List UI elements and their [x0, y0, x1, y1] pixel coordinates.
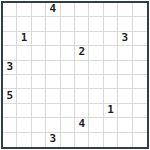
grid-cell[interactable]: [133, 46, 147, 60]
grid-cell[interactable]: [133, 3, 147, 17]
grid-cell[interactable]: [61, 46, 75, 60]
grid-cell[interactable]: [46, 61, 60, 75]
grid-cell[interactable]: [118, 75, 132, 89]
grid-cell[interactable]: [61, 133, 75, 147]
grid-cell[interactable]: [3, 104, 17, 118]
clue-number: 3: [50, 133, 57, 144]
clue-number: 4: [78, 118, 85, 129]
grid-cell[interactable]: [133, 17, 147, 31]
grid-cell[interactable]: [89, 118, 103, 132]
grid-cell[interactable]: [32, 75, 46, 89]
grid-cell[interactable]: [75, 61, 89, 75]
grid-cell[interactable]: [89, 61, 103, 75]
clue-number: 5: [6, 90, 13, 101]
grid-cell[interactable]: [133, 118, 147, 132]
puzzle-board: 413235143: [1, 1, 149, 149]
grid-cell[interactable]: [17, 118, 31, 132]
grid-cell[interactable]: [46, 104, 60, 118]
grid-cell[interactable]: [61, 104, 75, 118]
grid-cell[interactable]: [104, 89, 118, 103]
grid-cell[interactable]: [61, 61, 75, 75]
grid-cell[interactable]: [104, 17, 118, 31]
clue-cell: 4: [75, 118, 89, 132]
grid-cell[interactable]: [3, 75, 17, 89]
clue-cell: 4: [46, 3, 60, 17]
grid-cell[interactable]: [46, 17, 60, 31]
grid-cell[interactable]: [17, 3, 31, 17]
grid-cell[interactable]: [104, 46, 118, 60]
grid-cell[interactable]: [17, 104, 31, 118]
grid-cell[interactable]: [133, 104, 147, 118]
grid-cell[interactable]: [104, 3, 118, 17]
grid-cell[interactable]: [32, 118, 46, 132]
clue-cell: 5: [3, 89, 17, 103]
grid-cell[interactable]: [17, 46, 31, 60]
grid-cell[interactable]: [75, 32, 89, 46]
grid-cell[interactable]: [32, 3, 46, 17]
clue-cell: 3: [3, 61, 17, 75]
grid-cell[interactable]: [3, 46, 17, 60]
grid-cell[interactable]: [46, 46, 60, 60]
grid-cell[interactable]: [89, 17, 103, 31]
grid-cell[interactable]: [17, 133, 31, 147]
grid-cell[interactable]: [32, 17, 46, 31]
grid-cell[interactable]: [118, 133, 132, 147]
grid-cell[interactable]: [89, 46, 103, 60]
clue-number: 1: [21, 32, 28, 43]
grid-cell[interactable]: [118, 3, 132, 17]
nurikabe-grid: 413235143: [3, 3, 147, 147]
grid-cell[interactable]: [32, 89, 46, 103]
grid-cell[interactable]: [75, 75, 89, 89]
grid-cell[interactable]: [89, 104, 103, 118]
grid-cell[interactable]: [118, 118, 132, 132]
grid-cell[interactable]: [104, 32, 118, 46]
grid-cell[interactable]: [3, 118, 17, 132]
clue-number: 3: [6, 61, 13, 72]
grid-cell[interactable]: [17, 89, 31, 103]
grid-cell[interactable]: [89, 32, 103, 46]
grid-cell[interactable]: [75, 3, 89, 17]
grid-cell[interactable]: [118, 17, 132, 31]
clue-cell: 3: [46, 133, 60, 147]
clue-cell: 3: [118, 32, 132, 46]
grid-cell[interactable]: [89, 75, 103, 89]
grid-cell[interactable]: [104, 75, 118, 89]
grid-cell[interactable]: [61, 118, 75, 132]
grid-cell[interactable]: [89, 133, 103, 147]
grid-cell[interactable]: [32, 104, 46, 118]
grid-cell[interactable]: [133, 61, 147, 75]
grid-cell[interactable]: [75, 89, 89, 103]
grid-cell[interactable]: [3, 17, 17, 31]
grid-cell[interactable]: [61, 75, 75, 89]
grid-cell[interactable]: [61, 89, 75, 103]
grid-cell[interactable]: [104, 118, 118, 132]
grid-cell[interactable]: [3, 3, 17, 17]
grid-cell[interactable]: [17, 61, 31, 75]
grid-cell[interactable]: [133, 75, 147, 89]
clue-number: 2: [78, 46, 85, 57]
grid-cell[interactable]: [89, 89, 103, 103]
grid-cell[interactable]: [89, 3, 103, 17]
grid-cell[interactable]: [3, 32, 17, 46]
grid-cell[interactable]: [133, 133, 147, 147]
clue-cell: 2: [75, 46, 89, 60]
grid-cell[interactable]: [3, 133, 17, 147]
grid-cell[interactable]: [46, 118, 60, 132]
grid-cell[interactable]: [46, 32, 60, 46]
grid-cell[interactable]: [118, 46, 132, 60]
grid-cell[interactable]: [61, 17, 75, 31]
clue-cell: 1: [17, 32, 31, 46]
grid-cell[interactable]: [118, 104, 132, 118]
grid-cell[interactable]: [104, 133, 118, 147]
grid-cell[interactable]: [17, 75, 31, 89]
clue-cell: 1: [104, 104, 118, 118]
grid-cell[interactable]: [75, 133, 89, 147]
grid-cell[interactable]: [133, 89, 147, 103]
grid-cell[interactable]: [32, 46, 46, 60]
grid-cell[interactable]: [17, 17, 31, 31]
grid-cell[interactable]: [32, 61, 46, 75]
grid-cell[interactable]: [104, 61, 118, 75]
clue-number: 4: [50, 3, 57, 14]
clue-number: 3: [122, 32, 129, 43]
grid-cell[interactable]: [75, 104, 89, 118]
clue-number: 1: [107, 104, 114, 115]
grid-cell[interactable]: [32, 133, 46, 147]
grid-cell[interactable]: [61, 3, 75, 17]
grid-cell[interactable]: [118, 89, 132, 103]
grid-cell[interactable]: [118, 61, 132, 75]
grid-cell[interactable]: [46, 75, 60, 89]
grid-cell[interactable]: [75, 17, 89, 31]
grid-cell[interactable]: [61, 32, 75, 46]
grid-cell[interactable]: [133, 32, 147, 46]
grid-cell[interactable]: [46, 89, 60, 103]
grid-cell[interactable]: [32, 32, 46, 46]
